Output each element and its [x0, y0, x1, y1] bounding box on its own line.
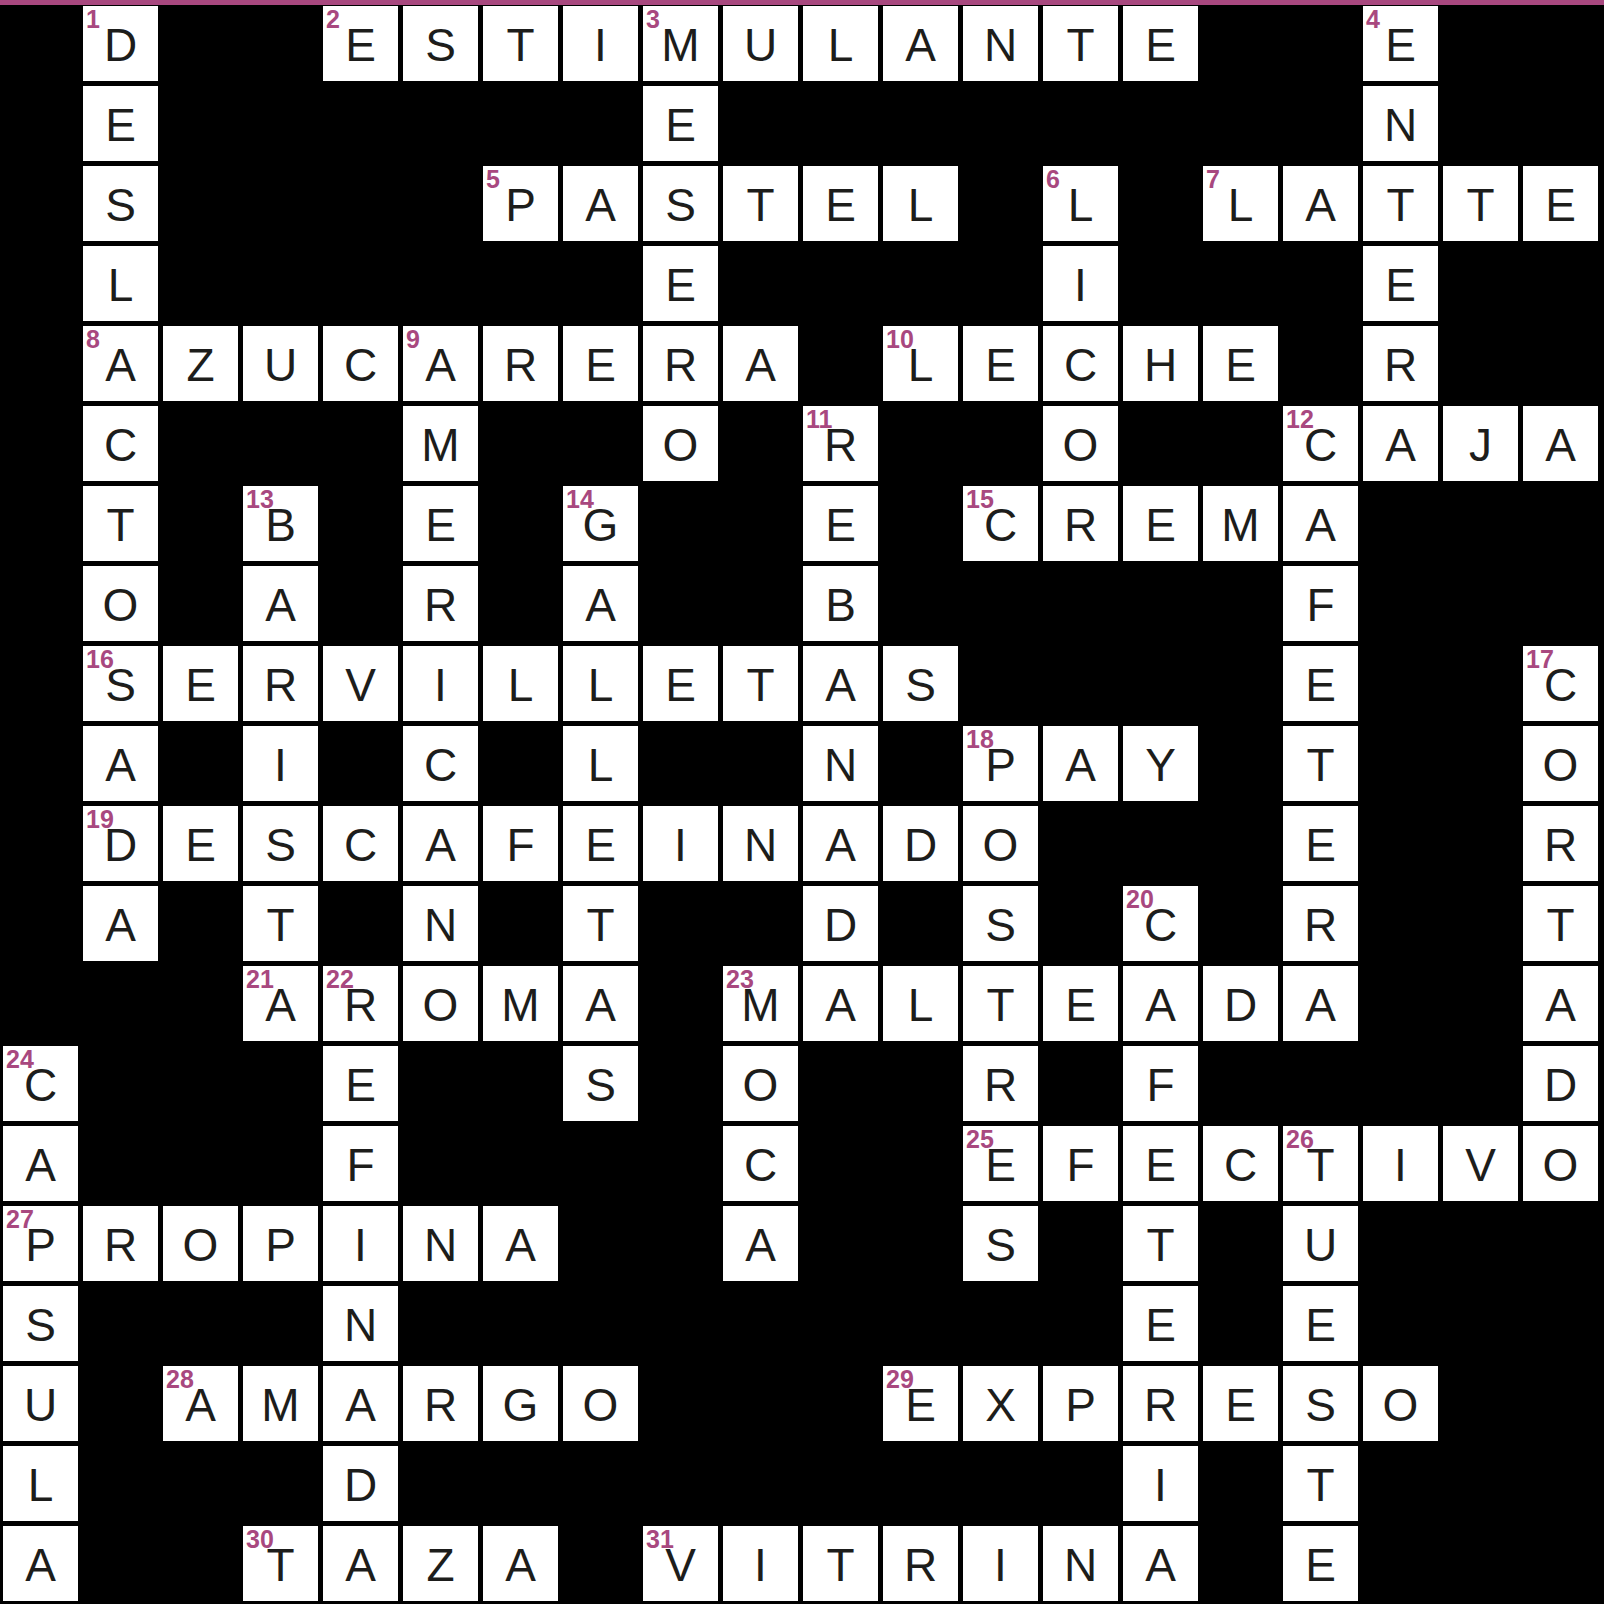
cell-r7c10[interactable]: B — [803, 566, 878, 641]
cell-letter: U — [723, 6, 798, 81]
cell-letter: E — [1283, 646, 1358, 721]
cell-r6c16[interactable]: A — [1283, 486, 1358, 561]
cell-letter: S — [643, 166, 718, 241]
cell-letter: I — [403, 646, 478, 721]
cell-letter: N — [1363, 86, 1438, 161]
clue-number-10: 10 — [886, 327, 914, 352]
clue-number-24: 24 — [6, 1047, 34, 1072]
cell-r0c10[interactable]: L — [803, 6, 878, 81]
cell-letter: T — [1443, 166, 1518, 241]
cell-r17c12[interactable]: X — [963, 1366, 1038, 1441]
cell-letter: V — [1443, 1126, 1518, 1201]
cell-r11c16[interactable]: R — [1283, 886, 1358, 961]
cell-letter: S — [83, 166, 158, 241]
cell-letter: T — [243, 886, 318, 961]
cell-r12c11[interactable]: L — [883, 966, 958, 1041]
cell-r13c7[interactable]: S — [563, 1046, 638, 1121]
cell-r6c10[interactable]: E — [803, 486, 878, 561]
clue-number-11: 11 — [806, 407, 832, 432]
cell-r15c12[interactable]: S — [963, 1206, 1038, 1281]
cell-letter: T — [963, 966, 1038, 1041]
cell-letter: F — [1043, 1126, 1118, 1201]
cell-r11c1[interactable]: A — [83, 886, 158, 961]
cell-r8c7[interactable]: L — [563, 646, 638, 721]
cell-r2c17[interactable]: T — [1363, 166, 1438, 241]
cell-r15c3[interactable]: P — [243, 1206, 318, 1281]
cell-letter: E — [1123, 1286, 1198, 1361]
cell-r3c17[interactable]: E — [1363, 246, 1438, 321]
cell-r4c7[interactable]: E — [563, 326, 638, 401]
cell-r2c7[interactable]: A — [563, 166, 638, 241]
cell-r17c14[interactable]: R — [1123, 1366, 1198, 1441]
cell-r19c6[interactable]: A — [483, 1526, 558, 1601]
cell-r9c5[interactable]: C — [403, 726, 478, 801]
cell-r14c0[interactable]: A — [3, 1126, 78, 1201]
cell-letter: R — [883, 1526, 958, 1601]
cell-letter: A — [3, 1126, 78, 1201]
cell-r4c14[interactable]: H — [1123, 326, 1198, 401]
cell-r9c14[interactable]: Y — [1123, 726, 1198, 801]
cell-r13c0[interactable]: 24C — [3, 1046, 78, 1121]
cell-letter: N — [963, 6, 1038, 81]
cell-letter: Z — [163, 326, 238, 401]
cell-letter: A — [483, 1526, 558, 1601]
cell-r14c19[interactable]: O — [1523, 1126, 1598, 1201]
clue-number-20: 20 — [1126, 887, 1154, 912]
cell-letter: L — [883, 966, 958, 1041]
cell-r10c11[interactable]: D — [883, 806, 958, 881]
cell-r4c1[interactable]: 8A — [83, 326, 158, 401]
cell-letter: A — [1283, 966, 1358, 1041]
cell-r19c4[interactable]: A — [323, 1526, 398, 1601]
cell-r17c4[interactable]: A — [323, 1366, 398, 1441]
cell-r16c16[interactable]: E — [1283, 1286, 1358, 1361]
cell-r7c1[interactable]: O — [83, 566, 158, 641]
cell-r14c17[interactable]: I — [1363, 1126, 1438, 1201]
cell-r8c16[interactable]: E — [1283, 646, 1358, 721]
cell-r4c17[interactable]: R — [1363, 326, 1438, 401]
cell-r9c12[interactable]: 18P — [963, 726, 1038, 801]
cell-r19c16[interactable]: E — [1283, 1526, 1358, 1601]
cell-letter: C — [403, 726, 478, 801]
cell-r14c18[interactable]: V — [1443, 1126, 1518, 1201]
cell-r3c13[interactable]: I — [1043, 246, 1118, 321]
cell-r5c8[interactable]: O — [643, 406, 718, 481]
cell-letter: A — [803, 966, 878, 1041]
cell-letter: A — [723, 1206, 798, 1281]
cell-r16c0[interactable]: S — [3, 1286, 78, 1361]
cell-letter: T — [803, 1526, 878, 1601]
cell-r2c16[interactable]: A — [1283, 166, 1358, 241]
cell-r8c1[interactable]: 16S — [83, 646, 158, 721]
clue-number-15: 15 — [966, 487, 994, 512]
cell-r15c14[interactable]: T — [1123, 1206, 1198, 1281]
cell-letter: E — [1203, 1366, 1278, 1441]
cell-r10c4[interactable]: C — [323, 806, 398, 881]
cell-r1c8[interactable]: E — [643, 86, 718, 161]
cell-r4c13[interactable]: C — [1043, 326, 1118, 401]
cell-r19c0[interactable]: A — [3, 1526, 78, 1601]
cell-r17c0[interactable]: U — [3, 1366, 78, 1441]
cell-r2c13[interactable]: 6L — [1043, 166, 1118, 241]
cell-r19c13[interactable]: N — [1043, 1526, 1118, 1601]
cell-letter: L — [3, 1446, 78, 1521]
cell-r14c4[interactable]: F — [323, 1126, 398, 1201]
cell-letter: A — [563, 166, 638, 241]
cell-r15c2[interactable]: O — [163, 1206, 238, 1281]
cell-r4c6[interactable]: R — [483, 326, 558, 401]
cell-r17c6[interactable]: G — [483, 1366, 558, 1441]
cell-r8c19[interactable]: 17C — [1523, 646, 1598, 721]
cell-r11c14[interactable]: 20C — [1123, 886, 1198, 961]
cell-r5c18[interactable]: J — [1443, 406, 1518, 481]
clue-number-2: 2 — [326, 7, 340, 32]
cell-letter: U — [1283, 1206, 1358, 1281]
cell-letter: J — [1443, 406, 1518, 481]
cell-r6c15[interactable]: M — [1203, 486, 1278, 561]
cell-r10c5[interactable]: A — [403, 806, 478, 881]
cell-r0c9[interactable]: U — [723, 6, 798, 81]
cell-letter: R — [1043, 486, 1118, 561]
cell-r9c3[interactable]: I — [243, 726, 318, 801]
cell-letter: C — [1043, 326, 1118, 401]
cell-r5c13[interactable]: O — [1043, 406, 1118, 481]
cell-r0c7[interactable]: I — [563, 6, 638, 81]
clue-number-1: 1 — [86, 7, 100, 32]
cell-letter: L — [563, 646, 638, 721]
clue-number-17: 17 — [1526, 647, 1554, 672]
cell-letter: T — [1283, 1446, 1358, 1521]
cell-r11c19[interactable]: T — [1523, 886, 1598, 961]
clue-number-27: 27 — [6, 1207, 34, 1232]
cell-r11c10[interactable]: D — [803, 886, 878, 961]
cell-r4c11[interactable]: 10L — [883, 326, 958, 401]
cell-r5c5[interactable]: M — [403, 406, 478, 481]
cell-r19c5[interactable]: Z — [403, 1526, 478, 1601]
cell-r13c12[interactable]: R — [963, 1046, 1038, 1121]
cell-r12c9[interactable]: 23M — [723, 966, 798, 1041]
cell-r4c12[interactable]: E — [963, 326, 1038, 401]
cell-r7c16[interactable]: F — [1283, 566, 1358, 641]
cell-r0c1[interactable]: 1D — [83, 6, 158, 81]
cell-r12c12[interactable]: T — [963, 966, 1038, 1041]
cell-r12c5[interactable]: O — [403, 966, 478, 1041]
cell-r12c7[interactable]: A — [563, 966, 638, 1041]
cell-letter: E — [563, 806, 638, 881]
clue-number-4: 4 — [1366, 7, 1380, 32]
cell-letter: E — [1043, 966, 1118, 1041]
clue-number-19: 19 — [86, 807, 114, 832]
cell-r2c11[interactable]: L — [883, 166, 958, 241]
cell-r17c16[interactable]: S — [1283, 1366, 1358, 1441]
cell-r13c14[interactable]: F — [1123, 1046, 1198, 1121]
cell-r12c19[interactable]: A — [1523, 966, 1598, 1041]
cell-letter: O — [1043, 406, 1118, 481]
cell-letter: D — [1203, 966, 1278, 1041]
cell-r7c7[interactable]: A — [563, 566, 638, 641]
cell-letter: A — [563, 966, 638, 1041]
cell-r19c9[interactable]: I — [723, 1526, 798, 1601]
cell-letter: A — [1363, 406, 1438, 481]
cell-r5c10[interactable]: 11R — [803, 406, 878, 481]
cell-r10c12[interactable]: O — [963, 806, 1038, 881]
cell-letter: T — [563, 886, 638, 961]
cell-r19c8[interactable]: 31V — [643, 1526, 718, 1601]
cell-r5c16[interactable]: 12C — [1283, 406, 1358, 481]
cell-r6c7[interactable]: 14G — [563, 486, 638, 561]
cell-r14c14[interactable]: E — [1123, 1126, 1198, 1201]
cell-r0c6[interactable]: T — [483, 6, 558, 81]
cell-r17c17[interactable]: O — [1363, 1366, 1438, 1441]
cell-r7c3[interactable]: A — [243, 566, 318, 641]
cell-r11c7[interactable]: T — [563, 886, 638, 961]
cell-letter: R — [643, 326, 718, 401]
cell-r3c8[interactable]: E — [643, 246, 718, 321]
cell-r17c15[interactable]: E — [1203, 1366, 1278, 1441]
cell-r10c8[interactable]: I — [643, 806, 718, 881]
cell-letter: E — [643, 246, 718, 321]
cell-r13c19[interactable]: D — [1523, 1046, 1598, 1121]
cell-r16c4[interactable]: N — [323, 1286, 398, 1361]
cell-r18c0[interactable]: L — [3, 1446, 78, 1521]
cell-r2c9[interactable]: T — [723, 166, 798, 241]
cell-letter: T — [1043, 6, 1118, 81]
cell-r17c3[interactable]: M — [243, 1366, 318, 1441]
clue-number-16: 16 — [86, 647, 114, 672]
cell-r6c13[interactable]: R — [1043, 486, 1118, 561]
cell-letter: M — [483, 966, 558, 1041]
cell-r0c4[interactable]: 2E — [323, 6, 398, 81]
cell-r8c10[interactable]: A — [803, 646, 878, 721]
cell-r9c13[interactable]: A — [1043, 726, 1118, 801]
cell-r0c5[interactable]: S — [403, 6, 478, 81]
cell-r12c14[interactable]: A — [1123, 966, 1198, 1041]
cell-r15c4[interactable]: I — [323, 1206, 398, 1281]
cell-r13c9[interactable]: O — [723, 1046, 798, 1121]
cell-letter: F — [1283, 566, 1358, 641]
cell-letter: C — [83, 406, 158, 481]
cell-r17c5[interactable]: R — [403, 1366, 478, 1441]
cell-r14c15[interactable]: C — [1203, 1126, 1278, 1201]
cell-r12c16[interactable]: A — [1283, 966, 1358, 1041]
clue-number-18: 18 — [966, 727, 994, 752]
cell-r15c6[interactable]: A — [483, 1206, 558, 1281]
cell-r4c2[interactable]: Z — [163, 326, 238, 401]
cell-letter: E — [403, 486, 478, 561]
cell-r4c3[interactable]: U — [243, 326, 318, 401]
cell-r15c0[interactable]: 27P — [3, 1206, 78, 1281]
cell-r11c3[interactable]: T — [243, 886, 318, 961]
clue-number-9: 9 — [406, 327, 420, 352]
clue-number-30: 30 — [246, 1527, 274, 1552]
top-accent-bar — [0, 0, 1604, 5]
cell-r16c14[interactable]: E — [1123, 1286, 1198, 1361]
cell-r10c1[interactable]: 19D — [83, 806, 158, 881]
cell-r12c10[interactable]: A — [803, 966, 878, 1041]
clue-number-6: 6 — [1046, 167, 1060, 192]
cell-r17c11[interactable]: 29E — [883, 1366, 958, 1441]
cell-letter: O — [563, 1366, 638, 1441]
cell-letter: D — [883, 806, 958, 881]
cell-r0c13[interactable]: T — [1043, 6, 1118, 81]
cell-letter: I — [243, 726, 318, 801]
cell-r4c8[interactable]: R — [643, 326, 718, 401]
cell-r8c2[interactable]: E — [163, 646, 238, 721]
cell-letter: E — [163, 806, 238, 881]
cell-letter: A — [403, 806, 478, 881]
cell-r14c12[interactable]: 25E — [963, 1126, 1038, 1201]
cell-r9c16[interactable]: T — [1283, 726, 1358, 801]
cell-r8c11[interactable]: S — [883, 646, 958, 721]
cell-r18c4[interactable]: D — [323, 1446, 398, 1521]
cell-letter: R — [83, 1206, 158, 1281]
cell-r0c17[interactable]: 4E — [1363, 6, 1438, 81]
cell-r5c19[interactable]: A — [1523, 406, 1598, 481]
cell-r1c1[interactable]: E — [83, 86, 158, 161]
cell-r15c5[interactable]: N — [403, 1206, 478, 1281]
cell-r9c1[interactable]: A — [83, 726, 158, 801]
cell-letter: E — [1203, 326, 1278, 401]
cell-r7c5[interactable]: R — [403, 566, 478, 641]
cell-letter: F — [483, 806, 558, 881]
cell-letter: N — [323, 1286, 398, 1361]
cell-letter: S — [1283, 1366, 1358, 1441]
cell-letter: O — [1523, 726, 1598, 801]
cell-letter: R — [403, 566, 478, 641]
cell-r5c17[interactable]: A — [1363, 406, 1438, 481]
cell-r2c10[interactable]: E — [803, 166, 878, 241]
cell-r14c13[interactable]: F — [1043, 1126, 1118, 1201]
cell-letter: O — [1363, 1366, 1438, 1441]
cell-r10c7[interactable]: E — [563, 806, 638, 881]
cell-r12c3[interactable]: 21A — [243, 966, 318, 1041]
cell-letter: O — [963, 806, 1038, 881]
cell-r10c16[interactable]: E — [1283, 806, 1358, 881]
cell-r2c18[interactable]: T — [1443, 166, 1518, 241]
cell-r11c12[interactable]: S — [963, 886, 1038, 961]
cell-letter: Z — [403, 1526, 478, 1601]
cell-r17c2[interactable]: 28A — [163, 1366, 238, 1441]
cell-r12c15[interactable]: D — [1203, 966, 1278, 1041]
cell-letter: T — [83, 486, 158, 561]
cell-r4c9[interactable]: A — [723, 326, 798, 401]
cell-r0c8[interactable]: 3M — [643, 6, 718, 81]
cell-letter: A — [1043, 726, 1118, 801]
cell-r17c7[interactable]: O — [563, 1366, 638, 1441]
cell-r10c6[interactable]: F — [483, 806, 558, 881]
cell-r0c11[interactable]: A — [883, 6, 958, 81]
cell-r3c1[interactable]: L — [83, 246, 158, 321]
cell-r14c9[interactable]: C — [723, 1126, 798, 1201]
cell-letter: N — [723, 806, 798, 881]
cell-r10c19[interactable]: R — [1523, 806, 1598, 881]
cell-letter: T — [1363, 166, 1438, 241]
cell-letter: E — [1363, 246, 1438, 321]
cell-r4c15[interactable]: E — [1203, 326, 1278, 401]
cell-r19c10[interactable]: T — [803, 1526, 878, 1601]
cell-r1c17[interactable]: N — [1363, 86, 1438, 161]
cell-r5c1[interactable]: C — [83, 406, 158, 481]
cell-r18c14[interactable]: I — [1123, 1446, 1198, 1521]
cell-r13c4[interactable]: E — [323, 1046, 398, 1121]
clue-number-7: 7 — [1206, 167, 1220, 192]
cell-letter: R — [963, 1046, 1038, 1121]
cell-letter: R — [483, 326, 558, 401]
cell-letter: L — [83, 246, 158, 321]
cell-r12c6[interactable]: M — [483, 966, 558, 1041]
cell-r10c2[interactable]: E — [163, 806, 238, 881]
cell-r8c5[interactable]: I — [403, 646, 478, 721]
cell-letter: I — [563, 6, 638, 81]
cell-r4c4[interactable]: C — [323, 326, 398, 401]
clue-number-14: 14 — [566, 487, 594, 512]
cell-r2c1[interactable]: S — [83, 166, 158, 241]
cell-letter: E — [83, 86, 158, 161]
cell-letter: A — [323, 1366, 398, 1441]
cell-r2c15[interactable]: 7L — [1203, 166, 1278, 241]
cell-letter: A — [803, 806, 878, 881]
cell-r10c10[interactable]: A — [803, 806, 878, 881]
cell-r2c6[interactable]: 5P — [483, 166, 558, 241]
cell-r2c8[interactable]: S — [643, 166, 718, 241]
cell-r6c3[interactable]: 13B — [243, 486, 318, 561]
cell-letter: E — [803, 486, 878, 561]
cell-letter: A — [1283, 166, 1358, 241]
cell-r10c3[interactable]: S — [243, 806, 318, 881]
cell-letter: E — [643, 86, 718, 161]
cell-r19c14[interactable]: A — [1123, 1526, 1198, 1601]
cell-r12c4[interactable]: 22R — [323, 966, 398, 1041]
cell-r14c16[interactable]: 26T — [1283, 1126, 1358, 1201]
cell-r15c9[interactable]: A — [723, 1206, 798, 1281]
cell-r15c1[interactable]: R — [83, 1206, 158, 1281]
cell-letter: M — [1203, 486, 1278, 561]
cell-r6c12[interactable]: 15C — [963, 486, 1038, 561]
cell-r19c12[interactable]: I — [963, 1526, 1038, 1601]
cell-r8c8[interactable]: E — [643, 646, 718, 721]
cell-r6c1[interactable]: T — [83, 486, 158, 561]
cell-r2c19[interactable]: E — [1523, 166, 1598, 241]
cell-r6c5[interactable]: E — [403, 486, 478, 561]
cell-r18c16[interactable]: T — [1283, 1446, 1358, 1521]
cell-r19c3[interactable]: 30T — [243, 1526, 318, 1601]
cell-r9c7[interactable]: L — [563, 726, 638, 801]
cell-r0c14[interactable]: E — [1123, 6, 1198, 81]
clue-number-3: 3 — [646, 7, 660, 32]
cell-r10c9[interactable]: N — [723, 806, 798, 881]
cell-letter: A — [323, 1526, 398, 1601]
cell-r8c4[interactable]: V — [323, 646, 398, 721]
cell-r8c6[interactable]: L — [483, 646, 558, 721]
cell-r4c5[interactable]: 9A — [403, 326, 478, 401]
cell-r9c10[interactable]: N — [803, 726, 878, 801]
cell-r15c16[interactable]: U — [1283, 1206, 1358, 1281]
cell-r9c19[interactable]: O — [1523, 726, 1598, 801]
cell-r6c14[interactable]: E — [1123, 486, 1198, 561]
cell-r17c13[interactable]: P — [1043, 1366, 1118, 1441]
cell-letter: E — [323, 1046, 398, 1121]
cell-r11c5[interactable]: N — [403, 886, 478, 961]
cell-letter: E — [1283, 1526, 1358, 1601]
crossword-grid: 1D2ESTI3MULANTE4EEENS5PASTEL6L7LATTELEIE… — [3, 6, 1598, 1601]
cell-r8c9[interactable]: T — [723, 646, 798, 721]
cell-r8c3[interactable]: R — [243, 646, 318, 721]
cell-letter: C — [323, 326, 398, 401]
cell-r12c13[interactable]: E — [1043, 966, 1118, 1041]
cell-r0c12[interactable]: N — [963, 6, 1038, 81]
cell-letter: A — [563, 566, 638, 641]
cell-r19c11[interactable]: R — [883, 1526, 958, 1601]
